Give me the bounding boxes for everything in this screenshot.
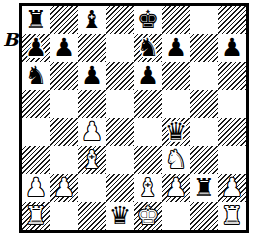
square-d1[interactable]: ♛ (106, 202, 134, 230)
square-c8[interactable]: ♝ (78, 6, 106, 34)
side-to-move-label: B (3, 29, 19, 50)
square-h3[interactable] (218, 146, 246, 174)
white-rook[interactable]: ♜ (221, 202, 243, 230)
square-d5[interactable] (106, 90, 134, 118)
square-b8[interactable] (50, 6, 78, 34)
square-b6[interactable] (50, 62, 78, 90)
square-e8[interactable]: ♚ (134, 6, 162, 34)
white-pawn[interactable]: ♟ (165, 174, 187, 202)
square-c1[interactable] (78, 202, 106, 230)
square-a1[interactable]: ♜ (22, 202, 50, 230)
white-pawn[interactable]: ♟ (81, 118, 103, 146)
black-rook[interactable]: ♜ (25, 6, 47, 34)
white-bishop[interactable]: ♝ (81, 146, 103, 174)
white-rook[interactable]: ♜ (25, 202, 47, 230)
black-pawn[interactable]: ♟ (81, 62, 103, 90)
black-pawn[interactable]: ♟ (221, 34, 243, 62)
square-a5[interactable] (22, 90, 50, 118)
square-c6[interactable]: ♟ (78, 62, 106, 90)
black-pawn[interactable]: ♟ (137, 62, 159, 90)
square-b2[interactable]: ♟ (50, 174, 78, 202)
square-g1[interactable] (190, 202, 218, 230)
square-f2[interactable]: ♟ (162, 174, 190, 202)
black-pawn[interactable]: ♟ (53, 34, 75, 62)
square-e1[interactable]: ♚ (134, 202, 162, 230)
white-knight[interactable]: ♞ (165, 146, 187, 174)
square-c4[interactable]: ♟ (78, 118, 106, 146)
chess-diagram: B ♜♝♚♟♟♞♟♟♞♟♟♟♛♝♞♟♟♝♟♜♟♜♛♚♜ (0, 0, 258, 239)
square-h5[interactable] (218, 90, 246, 118)
white-pawn[interactable]: ♟ (221, 174, 243, 202)
white-pawn[interactable]: ♟ (25, 174, 47, 202)
square-d2[interactable] (106, 174, 134, 202)
square-e3[interactable] (134, 146, 162, 174)
square-b5[interactable] (50, 90, 78, 118)
black-king[interactable]: ♚ (137, 6, 159, 34)
square-h4[interactable] (218, 118, 246, 146)
square-b4[interactable] (50, 118, 78, 146)
square-e2[interactable]: ♝ (134, 174, 162, 202)
white-king[interactable]: ♚ (137, 202, 159, 230)
black-bishop[interactable]: ♝ (81, 6, 103, 34)
black-queen[interactable]: ♛ (109, 202, 131, 230)
square-a2[interactable]: ♟ (22, 174, 50, 202)
square-a7[interactable]: ♟ (22, 34, 50, 62)
square-h8[interactable] (218, 6, 246, 34)
square-c5[interactable] (78, 90, 106, 118)
white-bishop[interactable]: ♝ (137, 174, 159, 202)
chess-board: ♜♝♚♟♟♞♟♟♞♟♟♟♛♝♞♟♟♝♟♜♟♜♛♚♜ (19, 3, 249, 233)
square-g2[interactable]: ♜ (190, 174, 218, 202)
square-d8[interactable] (106, 6, 134, 34)
square-d6[interactable] (106, 62, 134, 90)
square-a4[interactable] (22, 118, 50, 146)
black-knight[interactable]: ♞ (137, 34, 159, 62)
square-d7[interactable] (106, 34, 134, 62)
square-a3[interactable] (22, 146, 50, 174)
square-c2[interactable] (78, 174, 106, 202)
square-f6[interactable] (162, 62, 190, 90)
square-b3[interactable] (50, 146, 78, 174)
black-rook[interactable]: ♜ (193, 174, 215, 202)
square-e7[interactable]: ♞ (134, 34, 162, 62)
square-d3[interactable] (106, 146, 134, 174)
square-d4[interactable] (106, 118, 134, 146)
white-pawn[interactable]: ♟ (53, 174, 75, 202)
square-a8[interactable]: ♜ (22, 6, 50, 34)
square-f1[interactable] (162, 202, 190, 230)
square-b1[interactable] (50, 202, 78, 230)
square-g3[interactable] (190, 146, 218, 174)
square-g4[interactable] (190, 118, 218, 146)
black-queen[interactable]: ♛ (165, 118, 187, 146)
black-knight[interactable]: ♞ (25, 62, 47, 90)
square-e4[interactable] (134, 118, 162, 146)
square-g6[interactable] (190, 62, 218, 90)
square-f5[interactable] (162, 90, 190, 118)
square-f7[interactable]: ♟ (162, 34, 190, 62)
square-c3[interactable]: ♝ (78, 146, 106, 174)
square-a6[interactable]: ♞ (22, 62, 50, 90)
square-h1[interactable]: ♜ (218, 202, 246, 230)
square-b7[interactable]: ♟ (50, 34, 78, 62)
black-pawn[interactable]: ♟ (165, 34, 187, 62)
black-pawn[interactable]: ♟ (25, 34, 47, 62)
square-f4[interactable]: ♛ (162, 118, 190, 146)
square-h2[interactable]: ♟ (218, 174, 246, 202)
square-e6[interactable]: ♟ (134, 62, 162, 90)
square-g7[interactable] (190, 34, 218, 62)
square-e5[interactable] (134, 90, 162, 118)
square-h6[interactable] (218, 62, 246, 90)
square-h7[interactable]: ♟ (218, 34, 246, 62)
square-g5[interactable] (190, 90, 218, 118)
square-g8[interactable] (190, 6, 218, 34)
square-f8[interactable] (162, 6, 190, 34)
square-f3[interactable]: ♞ (162, 146, 190, 174)
square-c7[interactable] (78, 34, 106, 62)
